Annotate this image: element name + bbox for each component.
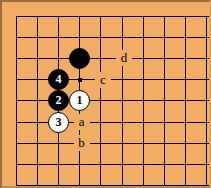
white-stone-3: 3 [48,112,69,133]
letter-marker-d: d [116,50,132,66]
grid-line-horizontal [16,16,209,17]
grid-line-horizontal [16,143,209,144]
black-stone [69,48,90,69]
grid-line-horizontal [16,100,209,101]
grid-line-horizontal [16,122,209,123]
black-stone-2: 2 [48,90,69,111]
letter-marker-b: b [74,135,90,151]
white-stone-1: 1 [69,90,90,111]
letter-marker-c: c [95,72,111,88]
star-point-marker [78,78,82,82]
go-board-diagram: abcd4213 [0,0,211,188]
grid-line-horizontal [16,164,209,165]
black-stone-4: 4 [48,69,69,90]
grid-line-horizontal [16,58,209,59]
grid-line-horizontal [16,37,209,38]
grid-line-horizontal [16,79,209,80]
letter-marker-a: a [74,114,90,130]
grid-line-horizontal [16,185,209,186]
